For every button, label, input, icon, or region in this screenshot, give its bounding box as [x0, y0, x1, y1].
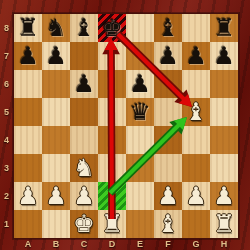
square-b8[interactable]: ♞	[42, 14, 70, 42]
wood-grain	[182, 14, 210, 42]
wood-grain	[98, 70, 126, 98]
square-f5[interactable]	[154, 98, 182, 126]
piece-white-p-h2[interactable]: ♟	[210, 182, 238, 210]
square-c7[interactable]	[70, 42, 98, 70]
wood-grain	[126, 42, 154, 70]
file-label-F: F	[154, 239, 182, 249]
piece-black-p-a7[interactable]: ♟	[14, 42, 42, 70]
square-g8[interactable]	[182, 14, 210, 42]
square-e3[interactable]	[126, 154, 154, 182]
wood-grain	[182, 126, 210, 154]
square-e4[interactable]	[126, 126, 154, 154]
square-f6[interactable]	[154, 70, 182, 98]
square-f7[interactable]: ♟	[154, 42, 182, 70]
wood-grain	[126, 14, 154, 42]
highlight-green-hatch-d2	[98, 182, 126, 210]
piece-black-b-c8[interactable]: ♝	[70, 14, 98, 42]
square-c4[interactable]	[70, 126, 98, 154]
square-e6[interactable]: ♟	[126, 70, 154, 98]
wood-grain	[98, 154, 126, 182]
square-h2[interactable]: ♟	[210, 182, 238, 210]
wood-grain	[42, 210, 70, 238]
square-g7[interactable]: ♟	[182, 42, 210, 70]
square-a4[interactable]	[14, 126, 42, 154]
square-f4[interactable]	[154, 126, 182, 154]
square-h3[interactable]	[210, 154, 238, 182]
square-d8[interactable]: ♚	[98, 14, 126, 42]
rank-label-8: 8	[0, 23, 13, 33]
wood-grain	[182, 70, 210, 98]
rank-label-7: 7	[0, 51, 13, 61]
piece-black-p-b7[interactable]: ♟	[42, 42, 70, 70]
chess-diagram: ♜♞♝♚♝♜♟♟♟♟♟♟♟♛♝♞♟♟♟♟♟♟♚♜♝♜ 87654321ABCDE…	[0, 0, 250, 250]
square-a3[interactable]	[14, 154, 42, 182]
rank-label-5: 5	[0, 107, 13, 117]
square-c3[interactable]: ♞	[70, 154, 98, 182]
wood-grain	[42, 70, 70, 98]
square-g4[interactable]	[182, 126, 210, 154]
piece-white-p-g2[interactable]: ♟	[182, 182, 210, 210]
square-g3[interactable]	[182, 154, 210, 182]
piece-white-b-g5[interactable]: ♝	[182, 98, 210, 126]
wood-grain	[70, 42, 98, 70]
square-b1[interactable]	[42, 210, 70, 238]
file-label-C: C	[70, 239, 98, 249]
wood-grain	[182, 210, 210, 238]
wood-grain	[42, 98, 70, 126]
wood-grain	[126, 182, 154, 210]
square-h6[interactable]	[210, 70, 238, 98]
piece-white-b-f1[interactable]: ♝	[154, 210, 182, 238]
piece-white-r-d1[interactable]: ♜	[98, 210, 126, 238]
square-c8[interactable]: ♝	[70, 14, 98, 42]
square-b5[interactable]	[42, 98, 70, 126]
square-f8[interactable]: ♝	[154, 14, 182, 42]
wood-grain	[42, 154, 70, 182]
wood-grain	[98, 98, 126, 126]
piece-black-r-h8[interactable]: ♜	[210, 14, 238, 42]
wood-grain	[210, 154, 238, 182]
square-e2[interactable]	[126, 182, 154, 210]
piece-black-n-b8[interactable]: ♞	[42, 14, 70, 42]
piece-black-p-f7[interactable]: ♟	[154, 42, 182, 70]
wood-grain	[98, 42, 126, 70]
square-d7[interactable]	[98, 42, 126, 70]
square-e5[interactable]: ♛	[126, 98, 154, 126]
piece-black-b-f8[interactable]: ♝	[154, 14, 182, 42]
piece-black-p-c6[interactable]: ♟	[70, 70, 98, 98]
square-h5[interactable]	[210, 98, 238, 126]
square-a8[interactable]: ♜	[14, 14, 42, 42]
piece-white-n-c3[interactable]: ♞	[70, 154, 98, 182]
square-g2[interactable]: ♟	[182, 182, 210, 210]
square-h4[interactable]	[210, 126, 238, 154]
rank-label-1: 1	[0, 219, 13, 229]
square-f3[interactable]	[154, 154, 182, 182]
piece-white-r-h1[interactable]: ♜	[210, 210, 238, 238]
square-d2[interactable]	[98, 182, 126, 210]
square-d4[interactable]	[98, 126, 126, 154]
square-a7[interactable]: ♟	[14, 42, 42, 70]
wood-grain	[154, 70, 182, 98]
square-c1[interactable]: ♚	[70, 210, 98, 238]
wood-grain	[154, 154, 182, 182]
square-b6[interactable]	[42, 70, 70, 98]
square-a2[interactable]: ♟	[14, 182, 42, 210]
piece-white-p-b2[interactable]: ♟	[42, 182, 70, 210]
file-label-E: E	[126, 239, 154, 249]
square-c5[interactable]	[70, 98, 98, 126]
square-h1[interactable]: ♜	[210, 210, 238, 238]
wood-grain	[154, 126, 182, 154]
square-a5[interactable]	[14, 98, 42, 126]
square-b3[interactable]	[42, 154, 70, 182]
wood-grain	[210, 70, 238, 98]
square-c6[interactable]: ♟	[70, 70, 98, 98]
square-g1[interactable]	[182, 210, 210, 238]
wood-grain	[210, 126, 238, 154]
piece-white-p-a2[interactable]: ♟	[14, 182, 42, 210]
square-h7[interactable]: ♟	[210, 42, 238, 70]
wood-grain	[70, 126, 98, 154]
square-b7[interactable]: ♟	[42, 42, 70, 70]
square-b4[interactable]	[42, 126, 70, 154]
square-d5[interactable]	[98, 98, 126, 126]
wood-grain	[126, 154, 154, 182]
square-c2[interactable]: ♟	[70, 182, 98, 210]
wood-grain	[154, 98, 182, 126]
piece-black-p-g7[interactable]: ♟	[182, 42, 210, 70]
square-e8[interactable]	[126, 14, 154, 42]
file-label-A: A	[14, 239, 42, 249]
square-a1[interactable]	[14, 210, 42, 238]
wood-grain	[98, 182, 126, 210]
piece-black-r-a8[interactable]: ♜	[14, 14, 42, 42]
square-d3[interactable]	[98, 154, 126, 182]
wood-grain	[14, 70, 42, 98]
wood-grain	[70, 98, 98, 126]
wood-grain	[98, 126, 126, 154]
piece-white-p-f2[interactable]: ♟	[154, 182, 182, 210]
square-d6[interactable]	[98, 70, 126, 98]
wood-grain	[42, 126, 70, 154]
wood-grain	[14, 154, 42, 182]
rank-label-3: 3	[0, 163, 13, 173]
wood-grain	[210, 98, 238, 126]
square-g5[interactable]: ♝	[182, 98, 210, 126]
chess-board: ♜♞♝♚♝♜♟♟♟♟♟♟♟♛♝♞♟♟♟♟♟♟♚♜♝♜	[13, 13, 239, 239]
piece-black-q-e5[interactable]: ♛	[126, 98, 154, 126]
piece-black-p-e6[interactable]: ♟	[126, 70, 154, 98]
piece-white-k-c1[interactable]: ♚	[70, 210, 98, 238]
file-label-H: H	[210, 239, 238, 249]
wood-grain	[14, 126, 42, 154]
piece-black-p-h7[interactable]: ♟	[210, 42, 238, 70]
square-f1[interactable]: ♝	[154, 210, 182, 238]
square-e7[interactable]	[126, 42, 154, 70]
rank-label-2: 2	[0, 191, 13, 201]
rank-label-6: 6	[0, 79, 13, 89]
wood-grain	[14, 210, 42, 238]
wood-grain	[126, 126, 154, 154]
square-g6[interactable]	[182, 70, 210, 98]
piece-white-p-c2[interactable]: ♟	[70, 182, 98, 210]
square-f2[interactable]: ♟	[154, 182, 182, 210]
file-label-D: D	[98, 239, 126, 249]
square-d1[interactable]: ♜	[98, 210, 126, 238]
rank-label-4: 4	[0, 135, 13, 145]
piece-black-k-d8[interactable]: ♚	[98, 14, 126, 42]
wood-grain	[14, 98, 42, 126]
square-h8[interactable]: ♜	[210, 14, 238, 42]
wood-grain	[182, 154, 210, 182]
wood-grain	[126, 210, 154, 238]
square-a6[interactable]	[14, 70, 42, 98]
square-e1[interactable]	[126, 210, 154, 238]
file-label-B: B	[42, 239, 70, 249]
file-label-G: G	[182, 239, 210, 249]
square-b2[interactable]: ♟	[42, 182, 70, 210]
